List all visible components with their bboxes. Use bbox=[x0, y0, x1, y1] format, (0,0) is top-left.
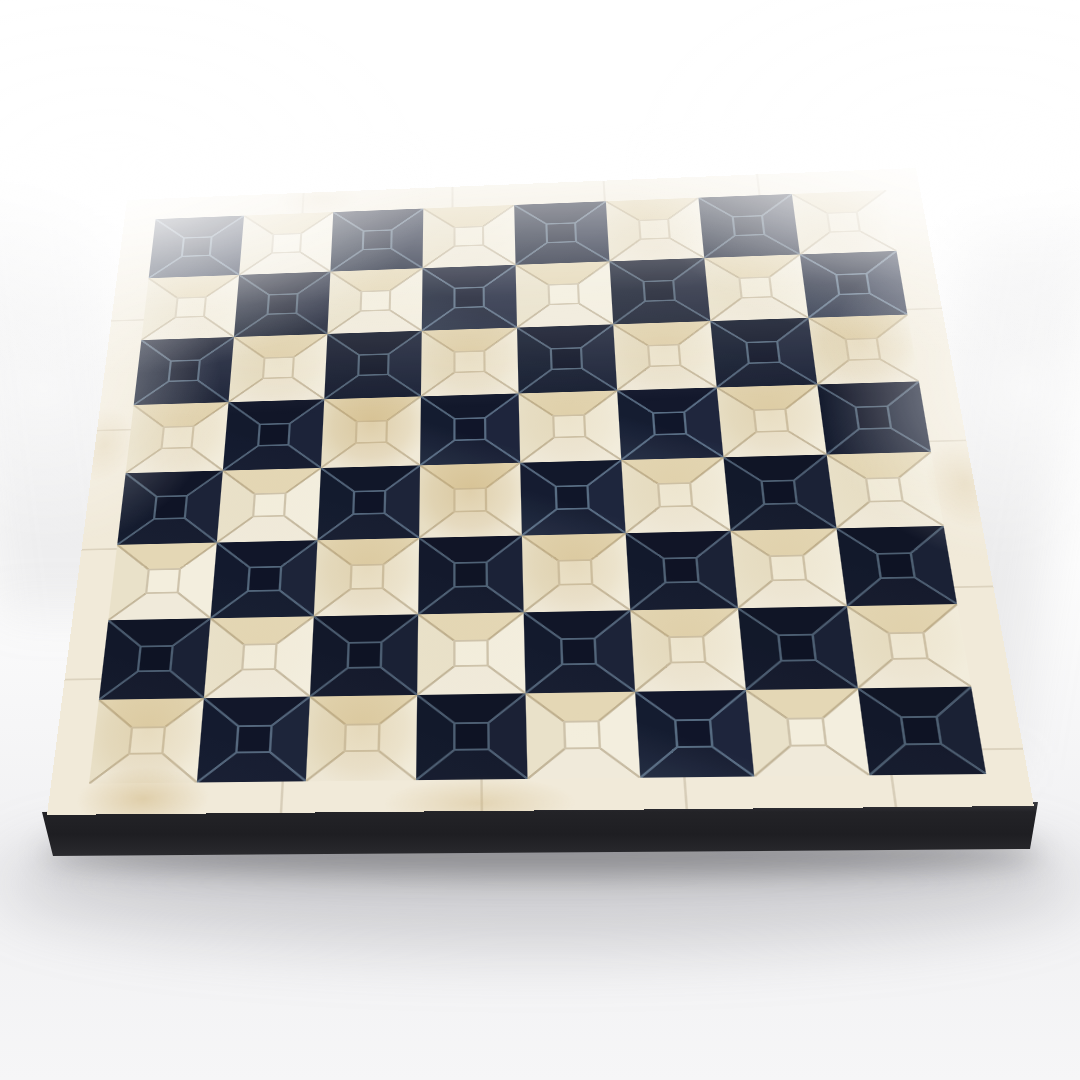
square-inlay-center bbox=[674, 719, 714, 749]
photo-scene bbox=[0, 0, 1080, 1080]
square-inlay-center bbox=[844, 337, 882, 361]
square-d5 bbox=[420, 393, 520, 465]
square-inlay-center bbox=[352, 490, 387, 515]
square-inlay-center bbox=[453, 487, 488, 513]
square-inlay-center bbox=[153, 495, 189, 520]
square-inlay-center bbox=[252, 492, 287, 517]
square-inlay-center bbox=[262, 356, 296, 379]
square-inlay-center bbox=[246, 566, 282, 593]
square-g5 bbox=[717, 384, 827, 457]
square-e5 bbox=[519, 390, 622, 462]
square-inlay-center bbox=[359, 290, 391, 312]
square-inlay-center bbox=[642, 280, 676, 303]
square-inlay-center bbox=[864, 477, 904, 503]
square-inlay-center bbox=[361, 229, 393, 250]
square-b1 bbox=[197, 697, 310, 783]
square-inlay-center bbox=[652, 411, 688, 436]
square-a7 bbox=[141, 275, 239, 340]
square-inlay-center bbox=[552, 414, 587, 439]
square-b2 bbox=[204, 616, 314, 698]
square-inlay-center bbox=[127, 726, 166, 755]
square-inlay-center bbox=[145, 568, 182, 594]
square-e6 bbox=[517, 324, 617, 393]
square-b6 bbox=[229, 334, 328, 402]
square-inlay-center bbox=[777, 633, 818, 662]
square-inlay-center bbox=[826, 211, 862, 233]
square-inlay-center bbox=[453, 639, 490, 667]
square-g6 bbox=[710, 318, 817, 388]
square-inlay-center bbox=[662, 557, 700, 584]
square-inlay-center bbox=[738, 276, 773, 299]
square-inlay-center bbox=[854, 405, 893, 430]
square-inlay-center bbox=[887, 631, 929, 660]
square-inlay-center bbox=[346, 641, 383, 669]
square-inlay-center bbox=[180, 236, 212, 257]
square-h1 bbox=[858, 687, 986, 776]
square-a2 bbox=[99, 618, 211, 699]
square-inlay-center bbox=[899, 715, 943, 745]
square-a6 bbox=[134, 337, 234, 405]
square-inlay-center bbox=[549, 347, 583, 370]
square-e4 bbox=[520, 460, 625, 536]
square-c3 bbox=[314, 538, 419, 616]
square-c6 bbox=[324, 331, 422, 400]
square-e3 bbox=[522, 533, 630, 612]
square-inlay-center bbox=[453, 226, 484, 248]
square-a4 bbox=[117, 471, 223, 545]
square-inlay-center bbox=[545, 222, 577, 244]
square-inlay-center bbox=[343, 723, 381, 752]
square-inlay-center bbox=[547, 283, 580, 305]
square-f7 bbox=[609, 258, 710, 324]
square-a1 bbox=[89, 698, 204, 783]
square-f1 bbox=[635, 690, 754, 778]
square-inlay-center bbox=[786, 717, 828, 747]
board-grid bbox=[89, 190, 986, 783]
square-inlay-center bbox=[557, 559, 594, 586]
square-b5 bbox=[223, 399, 324, 470]
square-inlay-center bbox=[453, 350, 486, 373]
square-inlay-center bbox=[760, 479, 798, 505]
square-c1 bbox=[306, 695, 417, 781]
square-h7 bbox=[800, 251, 908, 318]
square-inlay-center bbox=[638, 218, 671, 240]
square-g3 bbox=[731, 528, 847, 608]
square-d2 bbox=[417, 612, 525, 695]
square-inlay-center bbox=[668, 635, 707, 663]
square-h5 bbox=[817, 381, 931, 454]
square-g7 bbox=[704, 254, 808, 321]
square-d4 bbox=[419, 463, 522, 538]
square-f3 bbox=[626, 531, 738, 611]
square-a8 bbox=[149, 216, 244, 279]
square-h8 bbox=[792, 190, 897, 254]
square-inlay-center bbox=[167, 359, 201, 382]
square-c5 bbox=[321, 396, 421, 468]
square-h2 bbox=[847, 604, 971, 688]
square-inlay-center bbox=[453, 417, 487, 441]
board-contact-shadow bbox=[42, 832, 1042, 876]
square-h6 bbox=[808, 315, 918, 385]
square-f6 bbox=[613, 321, 717, 390]
square-d8 bbox=[423, 205, 516, 268]
square-a3 bbox=[108, 543, 217, 621]
square-g4 bbox=[723, 455, 836, 531]
square-d1 bbox=[416, 693, 527, 780]
square-h4 bbox=[827, 452, 944, 529]
square-inlay-center bbox=[875, 552, 916, 579]
square-e1 bbox=[526, 692, 641, 779]
square-b8 bbox=[239, 212, 333, 275]
square-c4 bbox=[317, 465, 420, 540]
square-inlay-center bbox=[554, 485, 590, 511]
square-inlay-center bbox=[768, 554, 808, 581]
square-e8 bbox=[514, 201, 609, 264]
square-c7 bbox=[327, 268, 422, 334]
square-inlay-center bbox=[563, 720, 602, 750]
square-g2 bbox=[738, 606, 858, 690]
square-inlay-center bbox=[241, 643, 278, 671]
square-inlay-center bbox=[453, 561, 489, 588]
square-inlay-center bbox=[657, 482, 694, 508]
square-h3 bbox=[837, 526, 958, 606]
square-g8 bbox=[698, 194, 799, 258]
board-cast-shadow bbox=[0, 818, 1080, 948]
square-inlay-center bbox=[136, 645, 174, 673]
square-inlay-center bbox=[453, 722, 491, 752]
square-inlay-center bbox=[752, 408, 789, 433]
square-inlay-center bbox=[745, 341, 781, 365]
square-b3 bbox=[211, 540, 318, 618]
square-c2 bbox=[310, 614, 418, 696]
square-a5 bbox=[126, 402, 229, 473]
chess-board bbox=[47, 168, 1034, 815]
square-f8 bbox=[606, 198, 704, 262]
square-d7 bbox=[422, 265, 517, 331]
square-d3 bbox=[418, 536, 523, 615]
square-e7 bbox=[516, 261, 614, 327]
square-inlay-center bbox=[835, 273, 872, 296]
square-f2 bbox=[630, 608, 746, 691]
square-inlay-center bbox=[160, 425, 195, 449]
square-inlay-center bbox=[235, 724, 273, 753]
square-f4 bbox=[621, 457, 730, 533]
square-inlay-center bbox=[357, 353, 390, 376]
square-c8 bbox=[330, 209, 423, 272]
square-f5 bbox=[617, 387, 723, 460]
square-g1 bbox=[746, 688, 870, 776]
square-inlay-center bbox=[266, 293, 299, 315]
square-d6 bbox=[421, 328, 519, 397]
square-inlay-center bbox=[453, 286, 485, 308]
square-inlay-center bbox=[271, 233, 303, 254]
square-inlay-center bbox=[349, 563, 385, 590]
square-inlay-center bbox=[731, 215, 765, 237]
square-inlay-center bbox=[354, 420, 388, 444]
square-e2 bbox=[524, 610, 635, 693]
square-inlay-center bbox=[647, 344, 682, 368]
square-inlay-center bbox=[174, 296, 207, 318]
square-inlay-center bbox=[257, 422, 291, 446]
square-inlay-center bbox=[560, 637, 598, 665]
square-b7 bbox=[234, 272, 330, 337]
square-b4 bbox=[217, 468, 321, 543]
